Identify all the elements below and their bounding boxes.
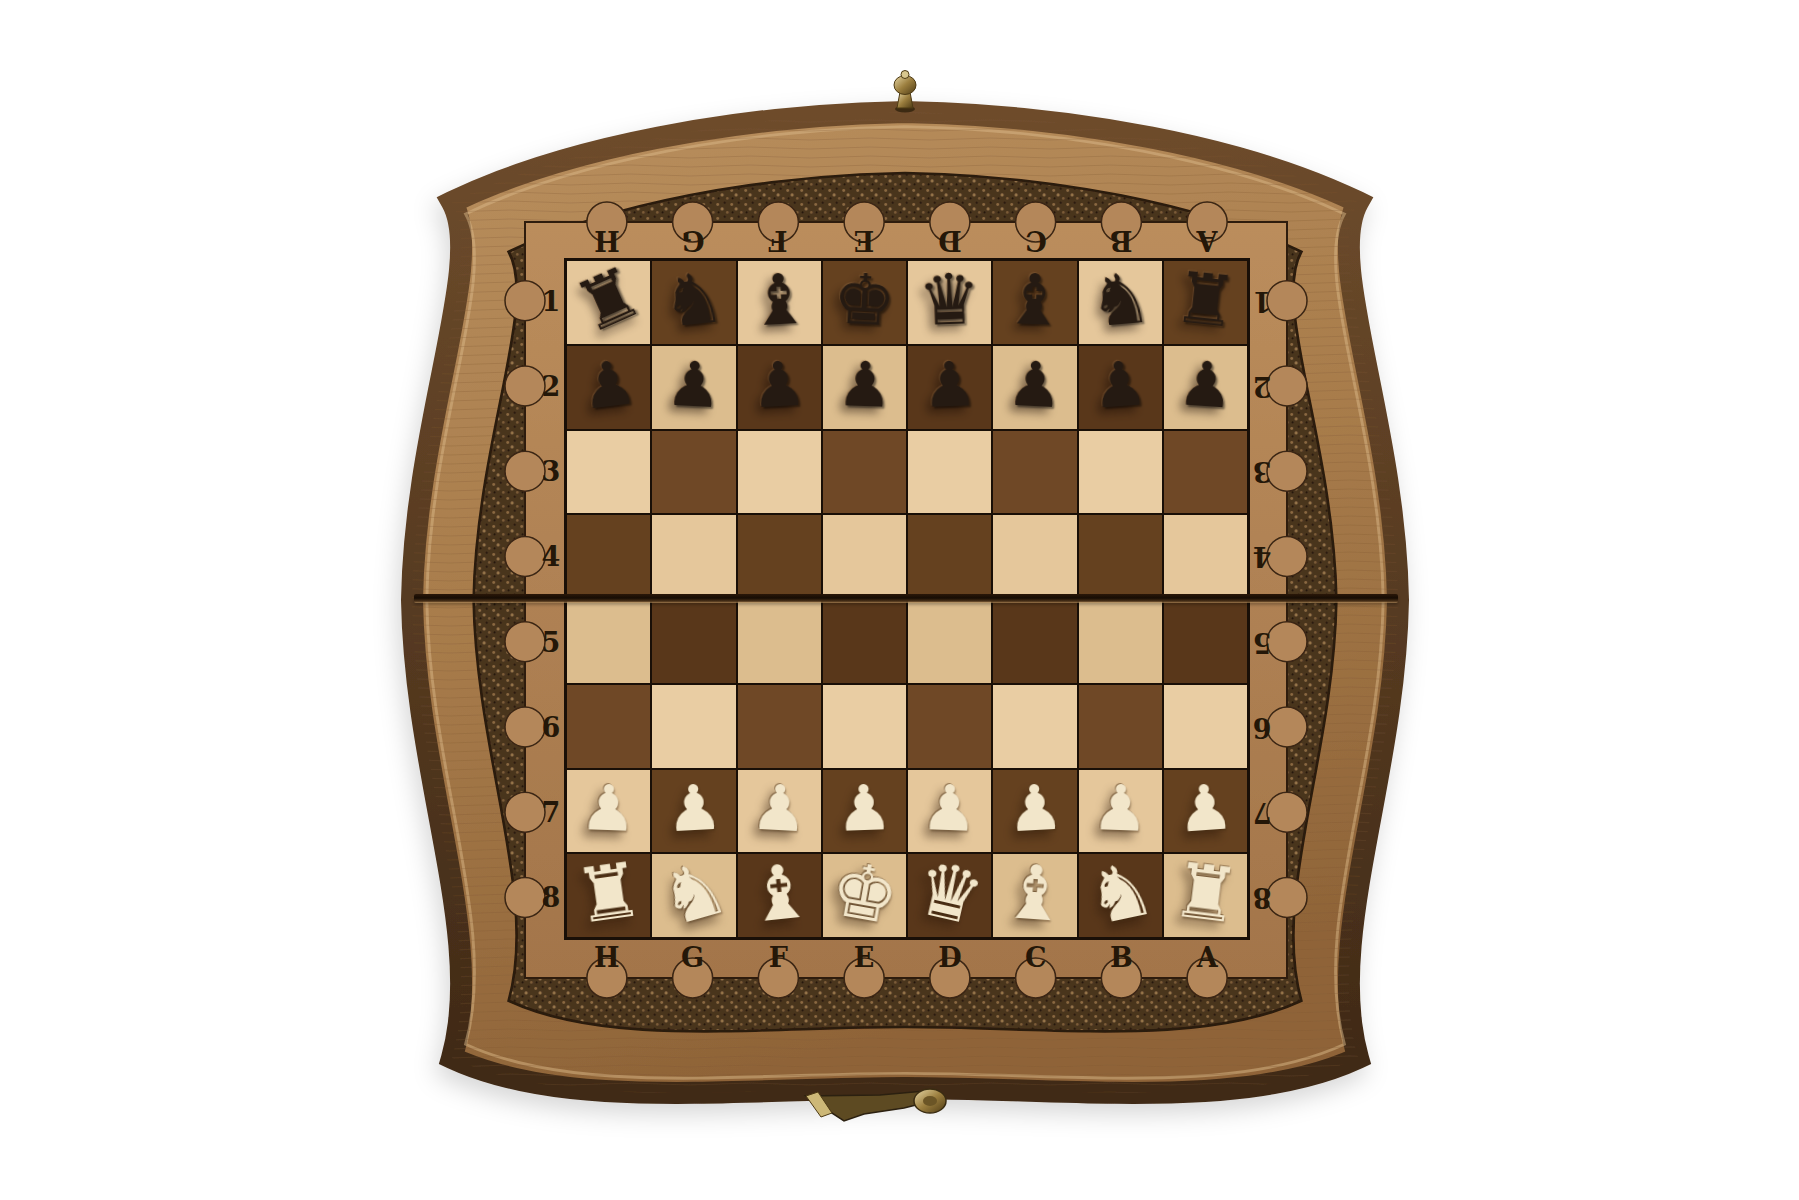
file-label-bottom-g: G [681,942,704,973]
square-b8[interactable]: ♞ [1079,854,1162,937]
rank-label-left-4: 4 [542,541,561,572]
square-g6[interactable] [652,685,735,768]
rank-label-right-2: 2 [1253,370,1272,401]
piece-white-pawn-e7[interactable]: ♟ [835,776,894,841]
square-h1[interactable]: ♜ [567,261,650,344]
square-e4[interactable] [823,515,906,598]
piece-black-rook-a1[interactable]: ♜ [1170,262,1240,338]
square-h2[interactable]: ♟ [567,346,650,429]
square-h8[interactable]: ♜ [567,854,650,937]
file-label-top-a: A [1197,225,1218,256]
square-e7[interactable]: ♟ [823,770,906,853]
rank-label-left-8: 8 [542,882,561,913]
piece-black-pawn-g2[interactable]: ♟ [664,353,723,418]
piece-black-pawn-a2[interactable]: ♟ [1175,352,1235,418]
piece-black-bishop-f1[interactable]: ♝ [746,264,812,337]
rank-label-left-7: 7 [542,797,561,828]
square-h7[interactable]: ♟ [567,770,650,853]
square-g2[interactable]: ♟ [652,346,735,429]
piece-white-pawn-b7[interactable]: ♟ [1091,776,1150,841]
square-g1[interactable]: ♞ [652,261,735,344]
square-b6[interactable] [1079,685,1162,768]
square-h3[interactable] [567,431,650,514]
square-a7[interactable]: ♟ [1164,770,1247,853]
square-e5[interactable] [823,600,906,683]
piece-black-pawn-e2[interactable]: ♟ [836,353,894,417]
square-d2[interactable]: ♟ [908,346,991,429]
square-d5[interactable] [908,600,991,683]
rank-label-right-8: 8 [1253,882,1272,913]
photo-stage: ♜♞♝♚♛♝♞♜♟♟♟♟♟♟♟♟♟♟♟♟♟♟♟♟♜♞♝♚♛♝♞♜ HHGGFFE… [0,0,1799,1200]
piece-white-king-e8[interactable]: ♚ [825,851,904,937]
piece-black-bishop-c1[interactable]: ♝ [1002,264,1067,336]
rank-label-right-7: 7 [1253,797,1272,828]
file-label-bottom-e: E [854,942,875,973]
square-f1[interactable]: ♝ [738,261,821,344]
square-b4[interactable] [1079,515,1162,598]
rank-label-left-5: 5 [542,626,561,657]
top-hinge-knob-icon [894,71,916,113]
file-label-bottom-d: D [938,942,961,973]
fold-seam [414,594,1398,603]
square-e3[interactable] [823,431,906,514]
piece-white-queen-d8[interactable]: ♛ [908,850,990,938]
square-d6[interactable] [908,685,991,768]
file-label-top-b: B [1110,225,1133,256]
square-f5[interactable] [738,600,821,683]
square-f2[interactable]: ♟ [738,346,821,429]
square-f6[interactable] [738,685,821,768]
square-f7[interactable]: ♟ [738,770,821,853]
square-c6[interactable] [993,685,1076,768]
file-label-bottom-c: C [1025,942,1047,973]
piece-white-bishop-f8[interactable]: ♝ [742,853,817,935]
rank-label-left-1: 1 [542,285,561,316]
piece-black-pawn-b2[interactable]: ♟ [1090,352,1150,418]
rank-label-left-3: 3 [542,456,561,487]
piece-black-queen-d1[interactable]: ♛ [917,264,982,336]
square-c4[interactable] [993,515,1076,598]
square-h6[interactable] [567,685,650,768]
rank-label-right-1: 1 [1253,285,1272,316]
square-c3[interactable] [993,431,1076,514]
rank-label-right-4: 4 [1253,541,1272,572]
square-g8[interactable]: ♞ [652,854,735,937]
piece-white-pawn-a7[interactable]: ♟ [1175,775,1236,842]
piece-black-king-e1[interactable]: ♚ [831,264,897,337]
piece-white-pawn-g7[interactable]: ♟ [664,776,724,842]
square-e6[interactable] [823,685,906,768]
square-e1[interactable]: ♚ [823,261,906,344]
piece-black-pawn-f2[interactable]: ♟ [750,353,809,418]
square-a2[interactable]: ♟ [1164,346,1247,429]
square-b7[interactable]: ♟ [1079,770,1162,853]
piece-black-pawn-d2[interactable]: ♟ [921,353,979,417]
square-d8[interactable]: ♛ [908,854,991,937]
square-d1[interactable]: ♛ [908,261,991,344]
square-c2[interactable]: ♟ [993,346,1076,429]
square-h4[interactable] [567,515,650,598]
rank-label-right-3: 3 [1253,456,1272,487]
file-label-bottom-h: H [594,942,620,973]
piece-black-knight-g1[interactable]: ♞ [659,262,729,338]
square-a6[interactable] [1164,685,1247,768]
rank-label-left-2: 2 [542,370,561,401]
piece-black-pawn-h2[interactable]: ♟ [577,351,640,419]
square-f4[interactable] [738,515,821,598]
square-d7[interactable]: ♟ [908,770,991,853]
square-c8[interactable]: ♝ [993,854,1076,937]
square-e2[interactable]: ♟ [823,346,906,429]
piece-white-rook-h8[interactable]: ♜ [570,852,647,936]
piece-black-pawn-c2[interactable]: ♟ [1005,353,1064,418]
piece-black-rook-h1[interactable]: ♜ [566,256,652,345]
square-f3[interactable] [738,431,821,514]
square-a5[interactable] [1164,600,1247,683]
square-a8[interactable]: ♜ [1164,854,1247,937]
file-label-top-g: G [681,225,704,256]
square-c7[interactable]: ♟ [993,770,1076,853]
rank-label-left-6: 6 [542,711,561,742]
square-c5[interactable] [993,600,1076,683]
file-label-top-f: F [769,225,788,256]
square-e8[interactable]: ♚ [823,854,906,937]
file-label-top-c: C [1025,225,1047,256]
piece-white-pawn-d7[interactable]: ♟ [920,776,979,841]
square-a1[interactable]: ♜ [1164,261,1247,344]
piece-white-bishop-c8[interactable]: ♝ [999,854,1071,934]
file-label-top-h: H [594,225,620,256]
square-g7[interactable]: ♟ [652,770,735,853]
square-g5[interactable] [652,600,735,683]
square-d4[interactable] [908,515,991,598]
piece-white-pawn-h7[interactable]: ♟ [579,776,638,841]
square-b1[interactable]: ♞ [1079,261,1162,344]
file-label-bottom-f: F [769,942,788,973]
square-d3[interactable] [908,431,991,514]
square-a3[interactable] [1164,431,1247,514]
square-c1[interactable]: ♝ [993,261,1076,344]
piece-white-pawn-c7[interactable]: ♟ [1005,776,1065,842]
square-g4[interactable] [652,515,735,598]
file-label-top-d: D [938,225,961,256]
square-b3[interactable] [1079,431,1162,514]
square-a4[interactable] [1164,515,1247,598]
rank-label-right-5: 5 [1253,626,1272,657]
piece-white-knight-b8[interactable]: ♞ [1079,850,1160,937]
file-label-bottom-b: B [1110,942,1133,973]
square-h5[interactable] [567,600,650,683]
square-b2[interactable]: ♟ [1079,346,1162,429]
piece-white-pawn-f7[interactable]: ♟ [749,776,809,842]
piece-black-knight-b1[interactable]: ♞ [1086,263,1155,338]
square-b5[interactable] [1079,600,1162,683]
piece-white-rook-a8[interactable]: ♜ [1167,852,1243,935]
file-label-top-e: E [854,225,875,256]
square-g3[interactable] [652,431,735,514]
square-f8[interactable]: ♝ [738,854,821,937]
piece-white-knight-g8[interactable]: ♞ [651,848,736,939]
file-label-bottom-a: A [1197,942,1218,973]
rank-label-right-6: 6 [1253,711,1272,742]
